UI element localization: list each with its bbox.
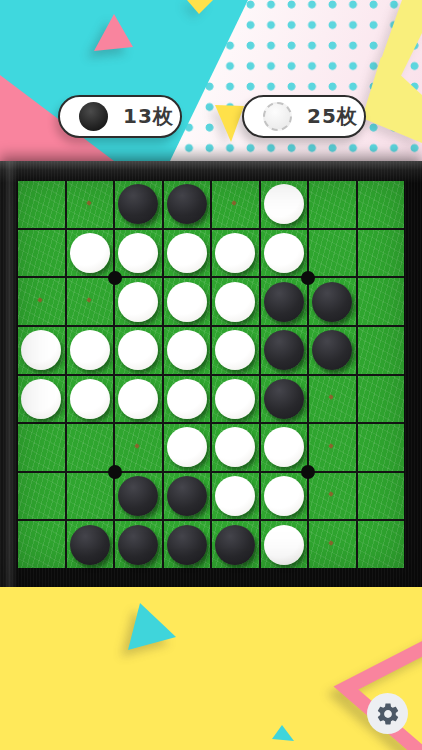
white-disc bbox=[215, 282, 255, 322]
white-disc bbox=[118, 379, 158, 419]
board-cell[interactable] bbox=[115, 424, 162, 471]
teal-triangle bbox=[128, 603, 176, 650]
othello-game-screen: 13枚 25枚 bbox=[0, 0, 422, 750]
black-disc bbox=[264, 379, 304, 419]
white-disc bbox=[21, 330, 61, 370]
black-disc bbox=[118, 184, 158, 224]
board-cell[interactable] bbox=[115, 278, 162, 325]
white-disc bbox=[118, 282, 158, 322]
white-disc bbox=[167, 233, 207, 273]
board-cell[interactable] bbox=[309, 327, 356, 374]
board-cell[interactable] bbox=[358, 278, 405, 325]
board-cell[interactable] bbox=[261, 521, 308, 568]
board-cell[interactable] bbox=[358, 230, 405, 277]
board-cell[interactable] bbox=[115, 327, 162, 374]
board-cell[interactable] bbox=[164, 181, 211, 228]
yellow-triangle-by-pill bbox=[215, 105, 244, 142]
board-cell[interactable] bbox=[309, 521, 356, 568]
board-cell[interactable] bbox=[115, 181, 162, 228]
board-cell[interactable] bbox=[67, 376, 114, 423]
black-score-label: 13枚 bbox=[123, 103, 174, 130]
board-cell[interactable] bbox=[212, 473, 259, 520]
white-disc bbox=[215, 233, 255, 273]
board-cell[interactable] bbox=[164, 376, 211, 423]
black-score-pill: 13枚 bbox=[58, 95, 182, 138]
black-disc bbox=[118, 525, 158, 565]
white-disc bbox=[264, 476, 304, 516]
black-disc bbox=[264, 330, 304, 370]
board-cell[interactable] bbox=[18, 424, 65, 471]
board-cell[interactable] bbox=[212, 181, 259, 228]
board-cell[interactable] bbox=[309, 181, 356, 228]
white-disc bbox=[70, 379, 110, 419]
black-disc bbox=[215, 525, 255, 565]
board-cell[interactable] bbox=[164, 230, 211, 277]
board-cell[interactable] bbox=[261, 376, 308, 423]
white-disc bbox=[264, 233, 304, 273]
board-cell[interactable] bbox=[261, 327, 308, 374]
white-disc bbox=[70, 330, 110, 370]
board-cell[interactable] bbox=[358, 327, 405, 374]
top-decorations bbox=[0, 0, 422, 161]
board-cell[interactable] bbox=[67, 521, 114, 568]
white-disc bbox=[167, 282, 207, 322]
white-score-label: 25枚 bbox=[307, 103, 358, 130]
board-cell[interactable] bbox=[164, 424, 211, 471]
board-cell[interactable] bbox=[358, 521, 405, 568]
black-disc bbox=[167, 184, 207, 224]
board-cell[interactable] bbox=[18, 473, 65, 520]
black-disc bbox=[167, 525, 207, 565]
board-cell[interactable] bbox=[212, 327, 259, 374]
board-cell[interactable] bbox=[18, 376, 65, 423]
white-disc bbox=[70, 233, 110, 273]
board-cell[interactable] bbox=[358, 181, 405, 228]
bottom-decorations bbox=[0, 587, 422, 750]
board-cell[interactable] bbox=[261, 278, 308, 325]
black-disc bbox=[312, 282, 352, 322]
board-cell[interactable] bbox=[261, 181, 308, 228]
settings-button[interactable] bbox=[367, 693, 408, 734]
board-cell[interactable] bbox=[115, 376, 162, 423]
board-cell[interactable] bbox=[309, 473, 356, 520]
board-cell[interactable] bbox=[115, 521, 162, 568]
board-cell[interactable] bbox=[164, 473, 211, 520]
board-cell[interactable] bbox=[18, 230, 65, 277]
board-cell[interactable] bbox=[67, 473, 114, 520]
bottom-background bbox=[0, 587, 422, 750]
white-disc bbox=[264, 184, 304, 224]
board-cell[interactable] bbox=[18, 278, 65, 325]
board-star-dot bbox=[108, 465, 122, 479]
board-cell[interactable] bbox=[67, 278, 114, 325]
board-cell[interactable] bbox=[212, 230, 259, 277]
board-cell[interactable] bbox=[309, 376, 356, 423]
board-cell[interactable] bbox=[358, 473, 405, 520]
black-disc bbox=[118, 476, 158, 516]
black-disc bbox=[312, 330, 352, 370]
board-cell[interactable] bbox=[67, 424, 114, 471]
white-disc bbox=[167, 330, 207, 370]
top-background: 13枚 25枚 bbox=[0, 0, 422, 161]
board-cell[interactable] bbox=[212, 278, 259, 325]
white-disc bbox=[264, 525, 304, 565]
yellow-arrow bbox=[362, 0, 422, 143]
board-cell[interactable] bbox=[67, 327, 114, 374]
board-grid bbox=[18, 181, 404, 568]
white-disc bbox=[21, 379, 61, 419]
board-cell[interactable] bbox=[261, 473, 308, 520]
white-disc bbox=[215, 379, 255, 419]
board-cell[interactable] bbox=[18, 327, 65, 374]
board-cell[interactable] bbox=[358, 424, 405, 471]
board-cell[interactable] bbox=[18, 181, 65, 228]
white-disc bbox=[215, 476, 255, 516]
black-disc bbox=[70, 525, 110, 565]
board-cell[interactable] bbox=[261, 424, 308, 471]
white-disc-icon bbox=[263, 102, 292, 131]
board-cell[interactable] bbox=[67, 181, 114, 228]
board-star-dot bbox=[108, 271, 122, 285]
white-disc bbox=[167, 379, 207, 419]
board-star-dot bbox=[301, 271, 315, 285]
board-cell[interactable] bbox=[164, 278, 211, 325]
board-cell[interactable] bbox=[309, 424, 356, 471]
board-cell[interactable] bbox=[309, 230, 356, 277]
white-disc bbox=[118, 233, 158, 273]
board-cell[interactable] bbox=[309, 278, 356, 325]
white-disc bbox=[118, 330, 158, 370]
black-disc-icon bbox=[79, 102, 108, 131]
white-score-pill: 25枚 bbox=[242, 95, 366, 138]
board-frame bbox=[0, 161, 422, 587]
white-disc bbox=[167, 427, 207, 467]
white-disc bbox=[215, 330, 255, 370]
board-cell[interactable] bbox=[212, 424, 259, 471]
black-disc bbox=[167, 476, 207, 516]
board-cell[interactable] bbox=[67, 230, 114, 277]
board-cell[interactable] bbox=[212, 521, 259, 568]
white-disc bbox=[215, 427, 255, 467]
board-cell[interactable] bbox=[115, 230, 162, 277]
gear-icon bbox=[375, 701, 401, 727]
small-teal-triangle bbox=[272, 725, 294, 741]
board-cell[interactable] bbox=[115, 473, 162, 520]
board-cell[interactable] bbox=[212, 376, 259, 423]
board-cell[interactable] bbox=[164, 521, 211, 568]
board-cell[interactable] bbox=[18, 521, 65, 568]
board-cell[interactable] bbox=[164, 327, 211, 374]
board-cell[interactable] bbox=[261, 230, 308, 277]
board-star-dot bbox=[301, 465, 315, 479]
white-disc bbox=[264, 427, 304, 467]
black-disc bbox=[264, 282, 304, 322]
board-cell[interactable] bbox=[358, 376, 405, 423]
